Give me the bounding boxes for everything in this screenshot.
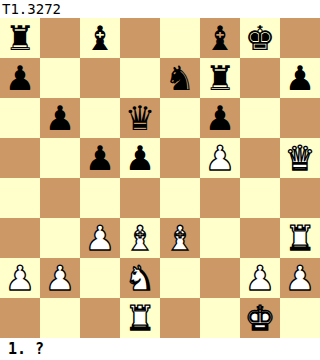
square-b3[interactable] [40, 218, 80, 258]
square-h5[interactable]: ♛ [280, 138, 320, 178]
square-a7[interactable]: ♟ [0, 58, 40, 98]
square-f4[interactable] [200, 178, 240, 218]
square-f6[interactable]: ♟ [200, 98, 240, 138]
piece-white-bishop: ♝ [165, 218, 195, 258]
square-f3[interactable] [200, 218, 240, 258]
square-f5[interactable]: ♟ [200, 138, 240, 178]
square-g1[interactable]: ♚ [240, 298, 280, 338]
square-f1[interactable] [200, 298, 240, 338]
piece-black-pawn: ♟ [45, 98, 75, 138]
piece-white-queen: ♛ [285, 138, 315, 178]
square-c8[interactable]: ♝ [80, 18, 120, 58]
square-c7[interactable] [80, 58, 120, 98]
square-b8[interactable] [40, 18, 80, 58]
square-b2[interactable]: ♟ [40, 258, 80, 298]
piece-black-pawn: ♟ [125, 138, 155, 178]
square-h3[interactable]: ♜ [280, 218, 320, 258]
square-f2[interactable] [200, 258, 240, 298]
piece-black-bishop: ♝ [85, 18, 115, 58]
square-h7[interactable]: ♟ [280, 58, 320, 98]
piece-white-king: ♚ [245, 298, 275, 338]
piece-black-knight: ♞ [165, 58, 195, 98]
piece-white-bishop: ♝ [125, 218, 155, 258]
puzzle-id-label: T1.3272 [0, 0, 320, 18]
square-e6[interactable] [160, 98, 200, 138]
square-f7[interactable]: ♜ [200, 58, 240, 98]
square-g6[interactable] [240, 98, 280, 138]
square-g3[interactable] [240, 218, 280, 258]
piece-white-pawn: ♟ [5, 258, 35, 298]
piece-white-pawn: ♟ [205, 138, 235, 178]
square-f8[interactable]: ♝ [200, 18, 240, 58]
piece-white-rook: ♜ [125, 298, 155, 338]
square-e2[interactable] [160, 258, 200, 298]
square-e4[interactable] [160, 178, 200, 218]
square-e5[interactable] [160, 138, 200, 178]
square-d7[interactable] [120, 58, 160, 98]
square-c5[interactable]: ♟ [80, 138, 120, 178]
piece-black-bishop: ♝ [205, 18, 235, 58]
square-a3[interactable] [0, 218, 40, 258]
piece-black-rook: ♜ [5, 18, 35, 58]
square-a5[interactable] [0, 138, 40, 178]
square-b5[interactable] [40, 138, 80, 178]
square-g2[interactable]: ♟ [240, 258, 280, 298]
square-e8[interactable] [160, 18, 200, 58]
square-d6[interactable]: ♛ [120, 98, 160, 138]
square-g7[interactable] [240, 58, 280, 98]
square-c6[interactable] [80, 98, 120, 138]
square-h2[interactable]: ♟ [280, 258, 320, 298]
piece-white-rook: ♜ [285, 218, 315, 258]
piece-white-pawn: ♟ [45, 258, 75, 298]
square-b7[interactable] [40, 58, 80, 98]
square-d2[interactable]: ♞ [120, 258, 160, 298]
square-d5[interactable]: ♟ [120, 138, 160, 178]
square-d4[interactable] [120, 178, 160, 218]
square-c3[interactable]: ♟ [80, 218, 120, 258]
piece-black-pawn: ♟ [285, 58, 315, 98]
square-b6[interactable]: ♟ [40, 98, 80, 138]
square-e1[interactable] [160, 298, 200, 338]
square-h4[interactable] [280, 178, 320, 218]
square-c4[interactable] [80, 178, 120, 218]
square-e7[interactable]: ♞ [160, 58, 200, 98]
move-prompt: 1. ? [0, 338, 320, 360]
piece-white-pawn: ♟ [245, 258, 275, 298]
square-a4[interactable] [0, 178, 40, 218]
square-h6[interactable] [280, 98, 320, 138]
square-d3[interactable]: ♝ [120, 218, 160, 258]
square-g8[interactable]: ♚ [240, 18, 280, 58]
piece-black-king: ♚ [245, 18, 275, 58]
chess-board: ♜♝♝♚♟♞♜♟♟♛♟♟♟♟♛♟♝♝♜♟♟♞♟♟♜♚ [0, 18, 320, 338]
piece-black-pawn: ♟ [85, 138, 115, 178]
piece-black-rook: ♜ [205, 58, 235, 98]
square-a6[interactable] [0, 98, 40, 138]
square-b1[interactable] [40, 298, 80, 338]
square-g4[interactable] [240, 178, 280, 218]
square-h1[interactable] [280, 298, 320, 338]
square-c1[interactable] [80, 298, 120, 338]
square-c2[interactable] [80, 258, 120, 298]
tactics-puzzle-page: T1.3272 ♜♝♝♚♟♞♜♟♟♛♟♟♟♟♛♟♝♝♜♟♟♞♟♟♜♚ 1. ? [0, 0, 320, 360]
square-g5[interactable] [240, 138, 280, 178]
square-b4[interactable] [40, 178, 80, 218]
piece-white-pawn: ♟ [285, 258, 315, 298]
piece-black-queen: ♛ [125, 98, 155, 138]
piece-white-knight: ♞ [125, 258, 155, 298]
square-h8[interactable] [280, 18, 320, 58]
square-a8[interactable]: ♜ [0, 18, 40, 58]
piece-black-pawn: ♟ [5, 58, 35, 98]
piece-black-pawn: ♟ [205, 98, 235, 138]
square-d1[interactable]: ♜ [120, 298, 160, 338]
square-d8[interactable] [120, 18, 160, 58]
square-e3[interactable]: ♝ [160, 218, 200, 258]
piece-white-pawn: ♟ [85, 218, 115, 258]
square-a1[interactable] [0, 298, 40, 338]
square-a2[interactable]: ♟ [0, 258, 40, 298]
